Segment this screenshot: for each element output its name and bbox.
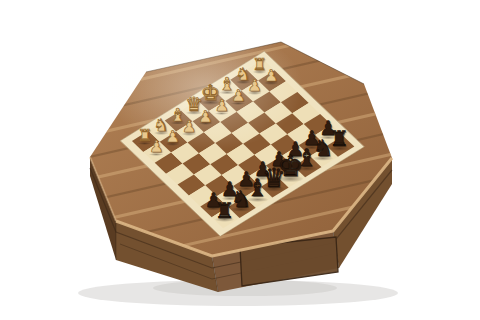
product-photo-stage: ♜♞♝♛♚♝♞♜♟♟♟♟♟♟♟♟♟♟♟♟♟♟♟♟♜♞♝♛♚♝♞♜ <box>0 0 480 320</box>
